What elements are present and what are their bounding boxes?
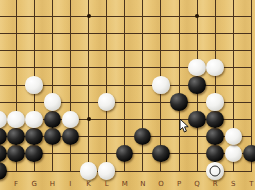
coordinate-label-P: P [173,180,185,188]
coordinate-label-F: F [10,180,22,188]
stone-white-Q7 [188,59,205,76]
stone-black-G2 [25,145,42,162]
coordinate-label-S: S [227,180,239,188]
stone-white-F4 [7,111,24,128]
stone-black-M2 [116,145,133,162]
stone-white-E4 [0,111,7,128]
coordinate-label-N: N [137,180,149,188]
last-move-marker [210,165,221,176]
stone-black-E3 [0,128,7,145]
coordinate-label-O: O [155,180,167,188]
coordinate-label-M: M [119,180,131,188]
stone-black-Q6 [188,76,205,93]
stone-black-O2 [152,145,169,162]
stone-white-S3 [225,128,242,145]
coordinate-label-R: R [209,180,221,188]
coordinate-label-K: K [83,180,95,188]
stone-black-E1 [0,162,7,179]
stone-black-P5 [170,93,187,110]
coordinate-label-G: G [28,180,40,188]
stone-black-F3 [7,128,24,145]
coordinate-label-H: H [46,180,58,188]
stone-white-S2 [225,145,242,162]
stone-black-F2 [7,145,24,162]
stone-white-G6 [25,76,42,93]
coordinate-label-T: T [245,180,255,188]
coordinate-label-Q: Q [191,180,203,188]
stone-white-L5 [98,93,115,110]
stones-layer [0,8,255,180]
stone-black-T2 [243,145,255,162]
coordinate-label-I: I [64,180,76,188]
stone-black-E2 [0,145,7,162]
stone-white-I4 [62,111,79,128]
mouse-cursor-icon [179,119,191,133]
stone-white-K1 [80,162,97,179]
stone-white-L1 [98,162,115,179]
stone-black-R4 [206,111,223,128]
stone-black-G3 [25,128,42,145]
stone-white-R5 [206,93,223,110]
coordinate-label-L: L [101,180,113,188]
stone-white-R1 [206,162,223,179]
stone-black-R3 [206,128,223,145]
stone-white-O6 [152,76,169,93]
stone-white-R7 [206,59,223,76]
stone-black-N3 [134,128,151,145]
stone-black-R2 [206,145,223,162]
stone-black-H4 [44,111,61,128]
stone-white-G4 [25,111,42,128]
go-board[interactable]: FGHIKLMNOPQRST [0,0,255,190]
stone-black-I3 [62,128,79,145]
stone-black-H3 [44,128,61,145]
stone-white-H5 [44,93,61,110]
